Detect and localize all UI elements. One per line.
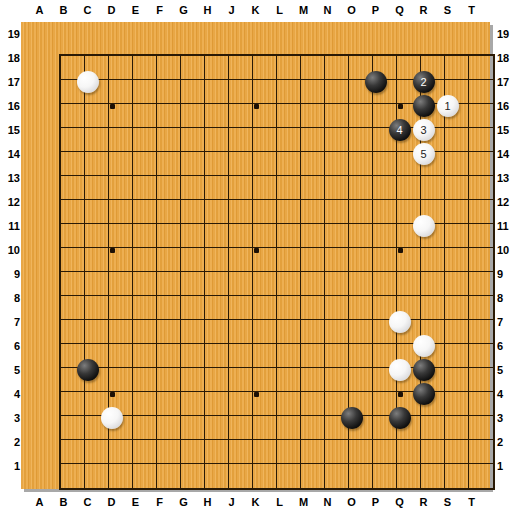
grid-cell bbox=[205, 320, 229, 344]
grid-cell bbox=[181, 248, 205, 272]
grid-cell bbox=[253, 152, 277, 176]
grid-cell bbox=[397, 440, 421, 464]
grid-cell bbox=[85, 440, 109, 464]
grid-cell bbox=[109, 128, 133, 152]
grid-cell bbox=[61, 128, 85, 152]
grid-cell bbox=[181, 392, 205, 416]
column-label-top-B: B bbox=[55, 3, 73, 17]
grid-cell bbox=[301, 224, 325, 248]
grid-cell bbox=[301, 296, 325, 320]
grid-cell bbox=[469, 296, 493, 320]
grid-cell bbox=[253, 56, 277, 80]
grid-cell bbox=[349, 248, 373, 272]
grid-cell bbox=[229, 128, 253, 152]
grid-cell bbox=[61, 104, 85, 128]
grid-cell bbox=[325, 152, 349, 176]
grid-cell bbox=[109, 440, 133, 464]
grid-cell bbox=[205, 200, 229, 224]
grid-cell bbox=[253, 176, 277, 200]
grid-cell bbox=[253, 296, 277, 320]
grid-cell bbox=[277, 464, 301, 488]
grid-cell bbox=[157, 176, 181, 200]
star-point-D10 bbox=[110, 248, 115, 253]
grid-cell bbox=[445, 272, 469, 296]
grid-cell bbox=[301, 440, 325, 464]
grid-cell bbox=[277, 248, 301, 272]
grid-cell bbox=[133, 440, 157, 464]
column-label-top-C: C bbox=[79, 3, 97, 17]
grid-cell bbox=[109, 80, 133, 104]
grid-cell bbox=[109, 296, 133, 320]
grid-cell bbox=[205, 296, 229, 320]
column-label-bottom-P: P bbox=[367, 495, 385, 509]
column-label-bottom-J: J bbox=[223, 495, 241, 509]
column-label-top-A: A bbox=[31, 3, 49, 17]
row-label-right-1: 1 bbox=[497, 459, 514, 473]
grid-cell bbox=[133, 248, 157, 272]
grid-cell bbox=[349, 272, 373, 296]
grid-cell bbox=[325, 104, 349, 128]
grid-cell bbox=[469, 440, 493, 464]
grid-cell bbox=[301, 176, 325, 200]
grid-cell bbox=[325, 200, 349, 224]
grid-cell bbox=[229, 464, 253, 488]
row-label-left-15: 15 bbox=[2, 123, 20, 137]
grid-cell bbox=[277, 416, 301, 440]
white-stone-R15[interactable]: 3 bbox=[413, 119, 435, 141]
row-label-right-6: 6 bbox=[497, 339, 514, 353]
grid-cell bbox=[373, 176, 397, 200]
grid-cell bbox=[61, 152, 85, 176]
star-point-K16 bbox=[254, 104, 259, 109]
grid-cell bbox=[349, 152, 373, 176]
grid-cell bbox=[301, 416, 325, 440]
grid-cell bbox=[205, 80, 229, 104]
grid-cell bbox=[397, 464, 421, 488]
column-label-bottom-B: B bbox=[55, 495, 73, 509]
black-stone-Q15[interactable]: 4 bbox=[389, 119, 411, 141]
grid-cell bbox=[469, 464, 493, 488]
grid-cell bbox=[85, 104, 109, 128]
grid-cell bbox=[85, 176, 109, 200]
grid-cell bbox=[301, 56, 325, 80]
grid-cell bbox=[133, 176, 157, 200]
grid-cell bbox=[301, 200, 325, 224]
grid-cell bbox=[133, 224, 157, 248]
grid-cell bbox=[181, 152, 205, 176]
row-label-right-13: 13 bbox=[497, 171, 514, 185]
grid-cell bbox=[109, 200, 133, 224]
grid-cell bbox=[253, 224, 277, 248]
column-label-top-G: G bbox=[175, 3, 193, 17]
grid-cell bbox=[85, 296, 109, 320]
grid-cell bbox=[277, 368, 301, 392]
grid-cell bbox=[133, 272, 157, 296]
grid-cell bbox=[205, 272, 229, 296]
grid-cell bbox=[445, 392, 469, 416]
grid-cell bbox=[469, 56, 493, 80]
row-label-right-18: 18 bbox=[497, 51, 514, 65]
column-label-bottom-M: M bbox=[295, 495, 313, 509]
grid-cell bbox=[301, 104, 325, 128]
white-stone-R11[interactable] bbox=[413, 215, 435, 237]
row-label-right-8: 8 bbox=[497, 291, 514, 305]
white-stone-Q5[interactable] bbox=[389, 359, 411, 381]
column-label-top-E: E bbox=[127, 3, 145, 17]
column-label-top-D: D bbox=[103, 3, 121, 17]
grid-cell bbox=[277, 128, 301, 152]
grid-cell bbox=[325, 56, 349, 80]
grid-cell bbox=[229, 200, 253, 224]
row-label-right-17: 17 bbox=[497, 75, 514, 89]
grid-cell bbox=[157, 440, 181, 464]
grid-cell bbox=[373, 272, 397, 296]
grid-cell bbox=[205, 128, 229, 152]
grid-cell bbox=[445, 296, 469, 320]
grid-cell bbox=[61, 416, 85, 440]
grid-cell bbox=[253, 320, 277, 344]
grid-cell bbox=[253, 272, 277, 296]
grid-cell bbox=[277, 344, 301, 368]
grid-cell bbox=[349, 200, 373, 224]
grid-cell bbox=[253, 464, 277, 488]
black-stone-R16[interactable] bbox=[413, 95, 435, 117]
grid-cell bbox=[445, 200, 469, 224]
star-point-D16 bbox=[110, 104, 115, 109]
column-label-bottom-T: T bbox=[463, 495, 481, 509]
grid-cell bbox=[349, 368, 373, 392]
row-label-left-19: 19 bbox=[2, 27, 20, 41]
grid-cell bbox=[253, 128, 277, 152]
grid-cell bbox=[133, 320, 157, 344]
grid-cell bbox=[325, 224, 349, 248]
grid-cell bbox=[229, 224, 253, 248]
column-label-top-R: R bbox=[415, 3, 433, 17]
column-label-bottom-F: F bbox=[151, 495, 169, 509]
grid-cell bbox=[469, 128, 493, 152]
grid-cell bbox=[205, 392, 229, 416]
grid-cell bbox=[349, 128, 373, 152]
grid-cell bbox=[205, 104, 229, 128]
grid-cell bbox=[61, 320, 85, 344]
row-label-left-7: 7 bbox=[2, 315, 20, 329]
grid-cell bbox=[325, 296, 349, 320]
grid-cell bbox=[133, 296, 157, 320]
white-stone-Q7[interactable] bbox=[389, 311, 411, 333]
grid-cell bbox=[181, 80, 205, 104]
grid-cell bbox=[181, 344, 205, 368]
move-number-4: 4 bbox=[396, 124, 402, 136]
grid-cell bbox=[205, 56, 229, 80]
grid-cell bbox=[469, 176, 493, 200]
black-stone-R5[interactable] bbox=[413, 359, 435, 381]
grid-cell bbox=[61, 440, 85, 464]
grid-cell bbox=[157, 344, 181, 368]
grid-cell bbox=[229, 152, 253, 176]
grid-cell bbox=[421, 416, 445, 440]
grid-cell bbox=[349, 440, 373, 464]
grid-cell bbox=[445, 224, 469, 248]
column-label-bottom-A: A bbox=[31, 495, 49, 509]
grid-cell bbox=[229, 104, 253, 128]
row-label-left-14: 14 bbox=[2, 147, 20, 161]
grid-cell bbox=[325, 248, 349, 272]
grid-cell bbox=[229, 56, 253, 80]
grid-cell bbox=[373, 440, 397, 464]
black-stone-O3[interactable] bbox=[341, 407, 363, 429]
white-stone-R14[interactable]: 5 bbox=[413, 143, 435, 165]
grid-cell bbox=[133, 464, 157, 488]
grid-cell bbox=[181, 176, 205, 200]
grid-cell bbox=[277, 176, 301, 200]
white-stone-C17[interactable] bbox=[77, 71, 99, 93]
grid-cell bbox=[349, 320, 373, 344]
white-stone-S16[interactable]: 1 bbox=[437, 95, 459, 117]
star-point-Q16 bbox=[398, 104, 403, 109]
grid-cell bbox=[109, 224, 133, 248]
grid-cell bbox=[61, 464, 85, 488]
grid-cell bbox=[469, 392, 493, 416]
grid-cell bbox=[133, 368, 157, 392]
grid-cell bbox=[85, 224, 109, 248]
row-label-right-3: 3 bbox=[497, 411, 514, 425]
grid-cell bbox=[301, 248, 325, 272]
column-label-top-O: O bbox=[343, 3, 361, 17]
grid-cell bbox=[373, 224, 397, 248]
grid-cell bbox=[133, 128, 157, 152]
row-label-left-4: 4 bbox=[2, 387, 20, 401]
row-label-left-11: 11 bbox=[2, 219, 20, 233]
move-number-5: 5 bbox=[420, 148, 426, 160]
board-grid bbox=[59, 54, 495, 490]
grid-cell bbox=[445, 128, 469, 152]
column-label-bottom-L: L bbox=[271, 495, 289, 509]
column-label-top-L: L bbox=[271, 3, 289, 17]
grid-cell bbox=[205, 416, 229, 440]
grid-cell bbox=[421, 272, 445, 296]
grid-cell bbox=[397, 176, 421, 200]
column-label-top-H: H bbox=[199, 3, 217, 17]
column-label-bottom-H: H bbox=[199, 495, 217, 509]
grid-cell bbox=[205, 440, 229, 464]
row-label-left-10: 10 bbox=[2, 243, 20, 257]
grid-cell bbox=[277, 80, 301, 104]
grid-cell bbox=[181, 320, 205, 344]
grid-cell bbox=[277, 296, 301, 320]
grid-cell bbox=[181, 56, 205, 80]
grid-cell bbox=[61, 224, 85, 248]
grid-cell bbox=[61, 200, 85, 224]
grid-cell bbox=[277, 320, 301, 344]
black-stone-R17[interactable]: 2 bbox=[413, 71, 435, 93]
grid-cell bbox=[421, 440, 445, 464]
row-label-left-8: 8 bbox=[2, 291, 20, 305]
column-label-bottom-R: R bbox=[415, 495, 433, 509]
grid-cell bbox=[253, 80, 277, 104]
column-label-top-K: K bbox=[247, 3, 265, 17]
grid-cell bbox=[301, 344, 325, 368]
grid-cell bbox=[181, 128, 205, 152]
grid-cell bbox=[133, 80, 157, 104]
star-point-D4 bbox=[110, 392, 115, 397]
column-label-top-Q: Q bbox=[391, 3, 409, 17]
grid-cell bbox=[157, 248, 181, 272]
grid-cell bbox=[181, 200, 205, 224]
grid-cell bbox=[421, 464, 445, 488]
grid-cell bbox=[109, 344, 133, 368]
column-label-bottom-D: D bbox=[103, 495, 121, 509]
grid-cell bbox=[445, 344, 469, 368]
grid-cell bbox=[301, 464, 325, 488]
grid-cell bbox=[445, 248, 469, 272]
grid-cell bbox=[253, 368, 277, 392]
grid-cell bbox=[349, 176, 373, 200]
grid-cell bbox=[181, 296, 205, 320]
grid-cell bbox=[253, 440, 277, 464]
grid-cell bbox=[133, 56, 157, 80]
grid-cell bbox=[277, 152, 301, 176]
grid-cell bbox=[229, 248, 253, 272]
grid-cell bbox=[469, 344, 493, 368]
row-label-left-3: 3 bbox=[2, 411, 20, 425]
grid-cell bbox=[325, 464, 349, 488]
grid-cell bbox=[469, 248, 493, 272]
grid-cell bbox=[133, 152, 157, 176]
black-stone-C5[interactable] bbox=[77, 359, 99, 381]
column-label-bottom-O: O bbox=[343, 495, 361, 509]
grid-cell bbox=[325, 128, 349, 152]
grid-cell bbox=[445, 152, 469, 176]
grid-cell bbox=[469, 200, 493, 224]
grid-cell bbox=[445, 56, 469, 80]
grid-cell bbox=[109, 152, 133, 176]
row-label-right-19: 19 bbox=[497, 27, 514, 41]
grid-cell bbox=[445, 416, 469, 440]
grid-cell bbox=[325, 344, 349, 368]
grid-cell bbox=[229, 344, 253, 368]
grid-cell bbox=[181, 440, 205, 464]
column-label-top-S: S bbox=[439, 3, 457, 17]
black-stone-R4[interactable] bbox=[413, 383, 435, 405]
row-label-right-16: 16 bbox=[497, 99, 514, 113]
grid-cell bbox=[157, 56, 181, 80]
grid-cell bbox=[253, 200, 277, 224]
row-label-right-11: 11 bbox=[497, 219, 514, 233]
grid-cell bbox=[421, 176, 445, 200]
grid-cell bbox=[229, 416, 253, 440]
grid-cell bbox=[61, 296, 85, 320]
grid-cell bbox=[325, 368, 349, 392]
grid-cell bbox=[229, 440, 253, 464]
grid-cell bbox=[157, 296, 181, 320]
grid-cell bbox=[253, 344, 277, 368]
grid-cell bbox=[181, 224, 205, 248]
grid-cell bbox=[277, 224, 301, 248]
grid-cell bbox=[133, 416, 157, 440]
grid-cell bbox=[109, 464, 133, 488]
black-stone-Q3[interactable] bbox=[389, 407, 411, 429]
grid-cell bbox=[445, 320, 469, 344]
grid-cell bbox=[277, 440, 301, 464]
grid-cell bbox=[445, 464, 469, 488]
row-label-left-13: 13 bbox=[2, 171, 20, 185]
grid-cell bbox=[421, 248, 445, 272]
grid-cell bbox=[445, 368, 469, 392]
grid-cell bbox=[277, 200, 301, 224]
grid-cell bbox=[373, 152, 397, 176]
grid-cell bbox=[157, 416, 181, 440]
grid-cell bbox=[469, 272, 493, 296]
grid-cell bbox=[325, 272, 349, 296]
row-label-right-7: 7 bbox=[497, 315, 514, 329]
grid-cell bbox=[229, 80, 253, 104]
row-label-left-18: 18 bbox=[2, 51, 20, 65]
grid-cell bbox=[469, 224, 493, 248]
grid-cell bbox=[445, 440, 469, 464]
black-stone-P17[interactable] bbox=[365, 71, 387, 93]
grid-cell bbox=[85, 320, 109, 344]
column-label-bottom-Q: Q bbox=[391, 495, 409, 509]
white-stone-D3[interactable] bbox=[101, 407, 123, 429]
grid-cell bbox=[349, 104, 373, 128]
grid-cell bbox=[157, 224, 181, 248]
star-point-Q4 bbox=[398, 392, 403, 397]
grid-cell bbox=[181, 272, 205, 296]
grid-cell bbox=[109, 368, 133, 392]
column-label-bottom-G: G bbox=[175, 495, 193, 509]
grid-cell bbox=[157, 392, 181, 416]
grid-cell bbox=[157, 80, 181, 104]
grid-cell bbox=[133, 200, 157, 224]
grid-cell bbox=[205, 368, 229, 392]
grid-cell bbox=[133, 392, 157, 416]
row-label-left-12: 12 bbox=[2, 195, 20, 209]
grid-cell bbox=[109, 272, 133, 296]
grid-cell bbox=[277, 272, 301, 296]
star-point-K4 bbox=[254, 392, 259, 397]
grid-cell bbox=[157, 368, 181, 392]
column-label-bottom-K: K bbox=[247, 495, 265, 509]
column-label-top-P: P bbox=[367, 3, 385, 17]
grid-cell bbox=[109, 176, 133, 200]
grid-cell bbox=[277, 392, 301, 416]
row-label-right-12: 12 bbox=[497, 195, 514, 209]
grid-cell bbox=[301, 128, 325, 152]
move-number-3: 3 bbox=[420, 124, 426, 136]
grid-cell bbox=[373, 464, 397, 488]
grid-cell bbox=[325, 320, 349, 344]
grid-cell bbox=[85, 128, 109, 152]
grid-cell bbox=[85, 200, 109, 224]
grid-cell bbox=[229, 296, 253, 320]
grid-cell bbox=[397, 272, 421, 296]
grid-cell bbox=[469, 368, 493, 392]
column-label-top-J: J bbox=[223, 3, 241, 17]
row-label-left-5: 5 bbox=[2, 363, 20, 377]
column-label-bottom-E: E bbox=[127, 495, 145, 509]
grid-cell bbox=[61, 176, 85, 200]
grid-cell bbox=[301, 320, 325, 344]
white-stone-R6[interactable] bbox=[413, 335, 435, 357]
column-label-top-T: T bbox=[463, 3, 481, 17]
grid-cell bbox=[301, 392, 325, 416]
row-label-left-6: 6 bbox=[2, 339, 20, 353]
grid-cell bbox=[373, 200, 397, 224]
star-point-Q10 bbox=[398, 248, 403, 253]
grid-cell bbox=[157, 464, 181, 488]
grid-cell bbox=[181, 104, 205, 128]
grid-cell bbox=[61, 392, 85, 416]
